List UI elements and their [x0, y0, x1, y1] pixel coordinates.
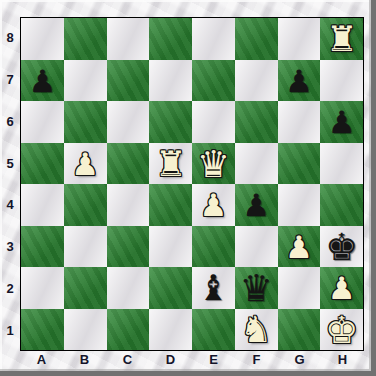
file-labels: ABCDEFGH — [20, 351, 364, 367]
square-f4[interactable]: ♟ — [235, 184, 278, 226]
white-queen[interactable]: ♛ — [192, 144, 235, 186]
rank-label-3: 3 — [0, 226, 20, 268]
rank-label-8: 8 — [0, 17, 20, 59]
rank-label-2: 2 — [0, 268, 20, 310]
square-a7[interactable]: ♟ — [21, 60, 64, 102]
square-e7[interactable] — [192, 60, 235, 102]
square-h1[interactable]: ♚ — [320, 309, 363, 351]
square-b3[interactable] — [64, 226, 107, 268]
file-label-b: B — [63, 351, 106, 367]
black-queen[interactable]: ♛ — [235, 268, 278, 310]
square-f8[interactable] — [235, 18, 278, 60]
square-c3[interactable] — [107, 226, 150, 268]
square-c7[interactable] — [107, 60, 150, 102]
white-pawn[interactable]: ♟ — [320, 268, 363, 310]
square-f3[interactable] — [235, 226, 278, 268]
square-e8[interactable] — [192, 18, 235, 60]
rank-labels: 87654321 — [0, 17, 20, 351]
square-a8[interactable] — [21, 18, 64, 60]
square-h2[interactable]: ♟ — [320, 267, 363, 309]
square-e4[interactable]: ♟ — [192, 184, 235, 226]
file-label-h: H — [321, 351, 364, 367]
square-g2[interactable] — [278, 267, 321, 309]
square-a1[interactable] — [21, 309, 64, 351]
square-c8[interactable] — [107, 18, 150, 60]
square-e1[interactable] — [192, 309, 235, 351]
square-g5[interactable] — [278, 143, 321, 185]
white-rook[interactable]: ♜ — [320, 19, 363, 61]
square-h4[interactable] — [320, 184, 363, 226]
rank-label-7: 7 — [0, 59, 20, 101]
white-pawn[interactable]: ♟ — [192, 185, 235, 227]
square-d3[interactable] — [149, 226, 192, 268]
square-c1[interactable] — [107, 309, 150, 351]
square-b4[interactable] — [64, 184, 107, 226]
square-c5[interactable] — [107, 143, 150, 185]
square-b5[interactable]: ♟ — [64, 143, 107, 185]
white-pawn[interactable]: ♟ — [64, 144, 107, 186]
file-label-d: D — [149, 351, 192, 367]
square-g3[interactable]: ♟ — [278, 226, 321, 268]
square-a6[interactable] — [21, 101, 64, 143]
chessboard: ♜♟♟♟♟♜♛♟♟♟♚♝♛♟♞♚ — [20, 17, 364, 351]
black-pawn[interactable]: ♟ — [278, 61, 321, 103]
file-label-g: G — [278, 351, 321, 367]
black-pawn[interactable]: ♟ — [21, 61, 64, 103]
white-king[interactable]: ♚ — [320, 310, 363, 352]
square-h3[interactable]: ♚ — [320, 226, 363, 268]
file-label-a: A — [20, 351, 63, 367]
square-d2[interactable] — [149, 267, 192, 309]
square-h6[interactable]: ♟ — [320, 101, 363, 143]
black-pawn[interactable]: ♟ — [235, 185, 278, 227]
square-h5[interactable] — [320, 143, 363, 185]
square-a3[interactable] — [21, 226, 64, 268]
chessboard-frame: 87654321 ♜♟♟♟♟♜♛♟♟♟♚♝♛♟♞♚ ABCDEFGH — [0, 0, 376, 376]
square-c2[interactable] — [107, 267, 150, 309]
square-a5[interactable] — [21, 143, 64, 185]
white-pawn[interactable]: ♟ — [278, 227, 321, 269]
square-f6[interactable] — [235, 101, 278, 143]
square-b2[interactable] — [64, 267, 107, 309]
square-g4[interactable] — [278, 184, 321, 226]
rank-label-1: 1 — [0, 309, 20, 351]
square-f2[interactable]: ♛ — [235, 267, 278, 309]
square-a4[interactable] — [21, 184, 64, 226]
black-pawn[interactable]: ♟ — [320, 102, 363, 144]
square-g8[interactable] — [278, 18, 321, 60]
square-e3[interactable] — [192, 226, 235, 268]
black-king[interactable]: ♚ — [320, 227, 363, 269]
square-h8[interactable]: ♜ — [320, 18, 363, 60]
square-d8[interactable] — [149, 18, 192, 60]
square-e2[interactable]: ♝ — [192, 267, 235, 309]
square-d6[interactable] — [149, 101, 192, 143]
file-label-e: E — [192, 351, 235, 367]
rank-label-4: 4 — [0, 184, 20, 226]
white-rook[interactable]: ♜ — [149, 144, 192, 186]
square-b1[interactable] — [64, 309, 107, 351]
file-label-c: C — [106, 351, 149, 367]
square-d4[interactable] — [149, 184, 192, 226]
square-f1[interactable]: ♞ — [235, 309, 278, 351]
square-d7[interactable] — [149, 60, 192, 102]
square-f7[interactable] — [235, 60, 278, 102]
square-g7[interactable]: ♟ — [278, 60, 321, 102]
square-d1[interactable] — [149, 309, 192, 351]
square-c4[interactable] — [107, 184, 150, 226]
square-e5[interactable]: ♛ — [192, 143, 235, 185]
square-g1[interactable] — [278, 309, 321, 351]
square-b6[interactable] — [64, 101, 107, 143]
square-b8[interactable] — [64, 18, 107, 60]
rank-label-5: 5 — [0, 142, 20, 184]
square-e6[interactable] — [192, 101, 235, 143]
square-d5[interactable]: ♜ — [149, 143, 192, 185]
square-f5[interactable] — [235, 143, 278, 185]
square-c6[interactable] — [107, 101, 150, 143]
rank-label-6: 6 — [0, 101, 20, 143]
square-a2[interactable] — [21, 267, 64, 309]
square-g6[interactable] — [278, 101, 321, 143]
file-label-f: F — [235, 351, 278, 367]
white-knight[interactable]: ♞ — [235, 310, 278, 352]
black-bishop[interactable]: ♝ — [192, 268, 235, 310]
square-h7[interactable] — [320, 60, 363, 102]
square-b7[interactable] — [64, 60, 107, 102]
